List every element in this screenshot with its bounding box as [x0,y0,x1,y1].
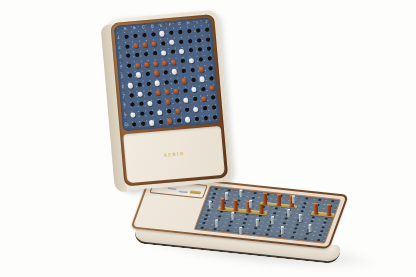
peg-hole [124,35,128,39]
red-peg [173,88,179,94]
peg-hole [164,80,168,84]
peg-hole [206,47,210,51]
silver-peg[interactable] [208,199,211,208]
white-peg [157,109,163,115]
red-peg [165,99,171,105]
brand-logo-text: AERIN [163,151,185,158]
silver-peg[interactable] [287,208,290,217]
silver-peg[interactable] [298,214,301,223]
peg-hole [196,38,200,42]
peg-hole [130,103,134,107]
peg-hole [149,111,153,115]
peg-hole [185,108,189,112]
peg-hole [197,48,201,52]
tracking-grid: ABCDEFGHIJ12345678910 [115,18,220,130]
walnut-frame: ABCDEFGHIJ12345678910 AERIN [110,14,228,186]
peg-hole [178,30,182,34]
red-peg [151,41,157,47]
peg-hole [158,120,162,124]
white-peg [130,112,136,118]
silver-peg[interactable] [215,219,218,228]
red-peg [170,59,176,65]
peg-hole [161,41,165,45]
white-peg [137,92,143,98]
silver-peg[interactable] [231,211,234,220]
white-peg [193,106,199,112]
peg-hole [211,106,215,110]
red-peg [175,108,181,114]
peg-hole [126,54,130,58]
white-peg [185,117,191,123]
peg-hole [144,52,148,56]
silver-peg[interactable] [256,218,259,227]
white-peg [149,120,155,126]
white-peg [188,58,194,64]
peg-hole [179,40,183,44]
red-peg [164,89,170,95]
peg-hole [145,72,149,76]
peg-hole [126,64,130,68]
peg-hole [183,88,187,92]
silver-peg[interactable] [249,199,252,208]
white-peg [154,80,160,86]
white-peg [169,40,175,46]
peg-hole [176,118,180,122]
silver-peg[interactable] [280,225,283,234]
red-peg [133,43,139,49]
silver-peg[interactable] [292,194,295,203]
red-peg [144,61,150,67]
spare-brass-ship[interactable] [189,190,201,194]
peg-hole [193,97,197,101]
peg-hole [133,34,137,38]
peg-hole [191,78,195,82]
red-peg [201,96,207,102]
peg-hole [188,49,192,53]
ocean-board [194,185,341,243]
peg-hole [187,39,191,43]
red-peg [155,90,161,96]
white-peg [127,83,133,89]
ocean-pieces-layer [195,186,340,242]
red-peg[interactable] [234,198,238,211]
peg-hole [132,122,136,126]
peg-hole [127,74,131,78]
peg-hole [209,76,213,80]
peg-hole [135,53,139,57]
peg-hole [129,93,133,97]
white-peg [199,76,205,82]
peg-hole [141,122,145,126]
peg-hole [146,82,150,86]
lid-tracking-board: ABCDEFGHIJ12345678910 AERIN [106,10,233,191]
white-peg [135,72,141,78]
peg-hole [157,101,161,105]
peg-hole [212,115,216,119]
lid-leather-panel: AERIN [123,126,225,183]
tracking-cell-J10[interactable] [210,112,220,123]
peg-hole [196,28,200,32]
red-peg [181,78,187,84]
peg-hole [205,37,209,41]
peg-hole [201,87,205,91]
red-peg [142,42,148,48]
red-peg [135,62,141,68]
white-peg [147,100,153,106]
product-photo-scene: ABCDEFGHIJ12345678910 AERIN [0,0,416,277]
spare-silver-peg[interactable] [178,190,188,193]
peg-hole [202,106,206,110]
peg-hole [142,33,146,37]
peg-hole [203,116,207,120]
silver-peg[interactable] [224,192,227,201]
red-peg [198,67,204,73]
peg-hole [170,50,174,54]
peg-hole [167,109,171,113]
red-peg[interactable] [277,193,281,206]
red-peg [161,60,167,66]
peg-hole [205,27,209,31]
red-peg[interactable] [327,203,331,216]
white-peg [179,49,185,55]
peg-hole [137,83,141,87]
red-peg [153,61,159,67]
peg-hole [139,102,143,106]
peg-hole [147,92,151,96]
silver-peg[interactable] [239,226,242,235]
peg-hole [169,31,173,35]
red-peg [209,85,215,91]
peg-hole [198,58,202,62]
red-peg [167,118,173,124]
peg-hole [194,117,198,121]
red-peg[interactable] [263,192,267,205]
peg-hole [140,112,144,116]
red-peg[interactable] [314,202,318,215]
peg-hole [151,32,155,36]
white-peg [191,87,197,93]
white-peg [159,31,165,37]
silver-peg[interactable] [308,224,311,233]
peg-hole [175,99,179,103]
peg-hole [163,70,167,74]
tracking-felt: ABCDEFGHIJ12345678910 [114,17,221,131]
peg-hole [152,52,156,56]
silver-peg[interactable] [270,215,273,224]
peg-hole [187,29,191,33]
red-peg [153,70,159,76]
peg-hole [190,68,194,72]
peg-hole [125,44,129,48]
peg-hole [180,59,184,63]
peg-hole [207,57,211,61]
white-peg [171,69,177,75]
white-peg [161,50,167,56]
peg-hole [181,69,185,73]
silver-peg[interactable] [239,189,242,198]
peg-hole [211,96,215,100]
peg-hole [173,79,177,83]
spare-silver-peg[interactable] [167,187,177,190]
white-peg [183,97,189,103]
peg-hole [208,67,212,71]
